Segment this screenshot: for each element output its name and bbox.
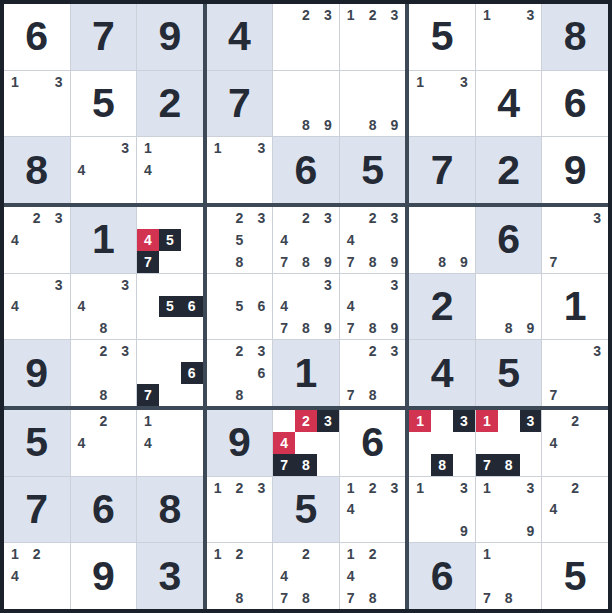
candidate-9: 9 xyxy=(520,520,542,542)
cell-r4c9[interactable]: 37 xyxy=(542,207,608,273)
candidate-7-dark: 7 xyxy=(476,454,498,476)
candidate-8: 8 xyxy=(295,317,317,339)
cell-r3c4[interactable]: 13 xyxy=(207,137,273,203)
candidate-2: 2 xyxy=(92,410,114,432)
candidates: 89 xyxy=(273,71,339,137)
candidate-8: 8 xyxy=(295,251,317,273)
cell-r4c2[interactable]: 1 xyxy=(71,207,137,273)
candidate-1: 1 xyxy=(137,410,159,432)
cell-r5c5[interactable]: 34789 xyxy=(273,274,339,340)
digit-given: 9 xyxy=(137,4,203,70)
digit-given: 6 xyxy=(71,477,137,543)
candidate-4: 4 xyxy=(137,159,159,181)
candidates: 24 xyxy=(542,477,608,543)
candidate-3: 3 xyxy=(383,477,405,499)
digit-solved: 5 xyxy=(542,543,608,609)
cell-r9c9[interactable]: 5 xyxy=(542,543,608,609)
candidate-1: 1 xyxy=(137,137,159,159)
candidate-7: 7 xyxy=(273,587,295,609)
candidates: 138 xyxy=(409,410,475,476)
candidate-3: 3 xyxy=(250,207,272,229)
candidate-8: 8 xyxy=(431,251,453,273)
candidate-2-red: 2 xyxy=(295,410,317,432)
candidate-4: 4 xyxy=(340,296,362,318)
candidate-7-dark: 7 xyxy=(273,454,295,476)
cell-r7c2[interactable]: 24 xyxy=(71,410,137,476)
digit-given: 7 xyxy=(409,137,475,203)
candidate-2: 2 xyxy=(92,340,114,362)
candidate-4: 4 xyxy=(4,229,26,251)
candidates: 124 xyxy=(4,543,70,609)
cell-r8c6[interactable]: 1234 xyxy=(340,477,406,543)
digit-given: 8 xyxy=(137,477,203,543)
candidate-4: 4 xyxy=(542,432,564,454)
cell-r4c5[interactable]: 234789 xyxy=(273,207,339,273)
candidates: 89 xyxy=(476,274,542,340)
cell-r8c8[interactable]: 139 xyxy=(476,477,542,543)
cell-r1c1[interactable]: 6 xyxy=(4,4,70,70)
cell-r9c1[interactable]: 124 xyxy=(4,543,70,609)
digit-given: 3 xyxy=(137,543,203,609)
cell-r8c5[interactable]: 5 xyxy=(273,477,339,543)
digit-given: 6 xyxy=(409,543,475,609)
candidate-1-red: 1 xyxy=(409,410,431,432)
candidates: 139 xyxy=(476,477,542,543)
candidate-8: 8 xyxy=(362,251,384,273)
candidates: 24 xyxy=(71,410,137,476)
cell-r9c7[interactable]: 6 xyxy=(409,543,475,609)
cell-r2c1[interactable]: 13 xyxy=(4,71,70,137)
cell-r8c7[interactable]: 139 xyxy=(409,477,475,543)
cell-r3c3[interactable]: 14 xyxy=(137,137,203,203)
candidate-9: 9 xyxy=(317,317,339,339)
candidate-3: 3 xyxy=(48,71,70,93)
candidates: 128 xyxy=(207,543,273,609)
candidate-3-dark: 3 xyxy=(317,410,339,432)
digit-given: 2 xyxy=(137,71,203,137)
candidates: 34 xyxy=(71,137,137,203)
candidate-4: 4 xyxy=(340,499,362,521)
cell-r4c4[interactable]: 2358 xyxy=(207,207,273,273)
candidate-4: 4 xyxy=(71,159,93,181)
cell-r2c9[interactable]: 6 xyxy=(542,71,608,137)
candidates: 234 xyxy=(4,207,70,273)
candidate-3: 3 xyxy=(520,4,542,26)
box-1-2: 423123789891365 xyxy=(207,4,406,203)
candidates: 1234 xyxy=(340,477,406,543)
candidate-8-dark: 8 xyxy=(498,454,520,476)
candidates: 56 xyxy=(207,274,273,340)
cell-r6c2[interactable]: 238 xyxy=(71,340,137,406)
cell-r3c6[interactable]: 5 xyxy=(340,137,406,203)
box-1-1: 679135283414 xyxy=(4,4,203,203)
candidates: 37 xyxy=(542,340,608,406)
digit-given: 6 xyxy=(476,207,542,273)
candidates: 1378 xyxy=(476,410,542,476)
candidate-3-dark: 3 xyxy=(520,410,542,432)
cell-r7c8[interactable]: 1378 xyxy=(476,410,542,476)
candidate-3: 3 xyxy=(250,340,272,362)
candidate-3: 3 xyxy=(586,207,608,229)
candidate-8: 8 xyxy=(229,587,251,609)
candidate-5: 5 xyxy=(229,296,251,318)
cell-r5c2[interactable]: 348 xyxy=(71,274,137,340)
candidate-1: 1 xyxy=(4,543,26,565)
digit-given: 2 xyxy=(409,274,475,340)
cell-r3c9[interactable]: 9 xyxy=(542,137,608,203)
cell-r4c1[interactable]: 234 xyxy=(4,207,70,273)
cell-r1c2[interactable]: 7 xyxy=(71,4,137,70)
candidate-3: 3 xyxy=(383,274,405,296)
candidate-4: 4 xyxy=(542,499,564,521)
digit-given: 8 xyxy=(542,4,608,70)
candidate-1: 1 xyxy=(207,543,229,565)
cell-r4c3[interactable]: 457 xyxy=(137,207,203,273)
cell-r1c7[interactable]: 5 xyxy=(409,4,475,70)
cell-r8c4[interactable]: 123 xyxy=(207,477,273,543)
candidate-9: 9 xyxy=(383,114,405,136)
cell-r6c5[interactable]: 1 xyxy=(273,340,339,406)
digit-solved: 6 xyxy=(340,410,406,476)
candidates: 34 xyxy=(4,274,70,340)
candidates: 13 xyxy=(4,71,70,137)
cell-r2c3[interactable]: 2 xyxy=(137,71,203,137)
cell-r6c3[interactable]: 67 xyxy=(137,340,203,406)
cell-r5c3[interactable]: 56 xyxy=(137,274,203,340)
candidate-4: 4 xyxy=(137,432,159,454)
digit-solved: 9 xyxy=(71,543,137,609)
digit-given: 4 xyxy=(409,340,475,406)
cell-r9c4[interactable]: 128 xyxy=(207,543,273,609)
candidate-8: 8 xyxy=(92,317,114,339)
candidate-7: 7 xyxy=(476,587,498,609)
digit-given: 9 xyxy=(207,410,273,476)
candidate-3: 3 xyxy=(586,340,608,362)
candidate-7-dark: 7 xyxy=(137,251,159,273)
candidate-1: 1 xyxy=(207,477,229,499)
cell-r3c1[interactable]: 8 xyxy=(4,137,70,203)
candidate-8: 8 xyxy=(362,114,384,136)
candidate-3: 3 xyxy=(383,340,405,362)
candidates: 13 xyxy=(409,71,475,137)
digit-given: 7 xyxy=(71,4,137,70)
cell-r5c1[interactable]: 34 xyxy=(4,274,70,340)
cell-r4c6[interactable]: 234789 xyxy=(340,207,406,273)
candidate-9: 9 xyxy=(453,520,475,542)
candidates: 457 xyxy=(137,207,203,273)
candidates: 238 xyxy=(71,340,137,406)
candidate-2: 2 xyxy=(229,207,251,229)
candidate-8: 8 xyxy=(362,317,384,339)
candidate-8: 8 xyxy=(229,251,251,273)
candidate-7: 7 xyxy=(273,251,295,273)
cell-r5c6[interactable]: 34789 xyxy=(340,274,406,340)
cell-r9c3[interactable]: 3 xyxy=(137,543,203,609)
candidate-8: 8 xyxy=(362,384,384,406)
cell-r2c7[interactable]: 13 xyxy=(409,71,475,137)
cell-r2c8[interactable]: 4 xyxy=(476,71,542,137)
digit-solved: 4 xyxy=(476,71,542,137)
candidates: 23478 xyxy=(273,410,339,476)
candidates: 178 xyxy=(476,543,542,609)
digit-solved: 5 xyxy=(409,4,475,70)
cell-r1c9[interactable]: 8 xyxy=(542,4,608,70)
candidate-9: 9 xyxy=(453,251,475,273)
cell-r2c2[interactable]: 5 xyxy=(71,71,137,137)
candidate-6: 6 xyxy=(250,362,272,384)
cell-r3c8[interactable]: 2 xyxy=(476,137,542,203)
candidate-4: 4 xyxy=(4,565,26,587)
box-1-3: 51381346729 xyxy=(409,4,608,203)
candidate-4: 4 xyxy=(273,296,295,318)
digit-solved: 9 xyxy=(542,137,608,203)
box-3-2: 923478612351234128247812478 xyxy=(207,410,406,609)
candidates: 67 xyxy=(137,340,203,406)
sudoku-board: 6791352834144231237898913655138134672923… xyxy=(0,0,612,613)
candidate-8: 8 xyxy=(229,384,251,406)
candidate-4: 4 xyxy=(71,432,93,454)
candidate-3: 3 xyxy=(520,477,542,499)
digit-given: 1 xyxy=(273,340,339,406)
cell-r8c2[interactable]: 6 xyxy=(71,477,137,543)
candidate-8-dark: 8 xyxy=(295,454,317,476)
candidate-9: 9 xyxy=(317,251,339,273)
candidates: 89 xyxy=(340,71,406,137)
candidate-2: 2 xyxy=(362,477,384,499)
digit-given: 2 xyxy=(476,137,542,203)
candidates: 56 xyxy=(137,274,203,340)
candidate-6-dark: 6 xyxy=(181,362,203,384)
candidates: 139 xyxy=(409,477,475,543)
candidate-1: 1 xyxy=(476,4,498,26)
candidate-9: 9 xyxy=(383,317,405,339)
candidate-8-dark: 8 xyxy=(431,454,453,476)
candidate-1: 1 xyxy=(207,137,229,159)
cell-r3c2[interactable]: 34 xyxy=(71,137,137,203)
candidates: 14 xyxy=(137,410,203,476)
candidate-2: 2 xyxy=(362,543,384,565)
candidate-2: 2 xyxy=(295,207,317,229)
candidate-9: 9 xyxy=(317,114,339,136)
candidate-3: 3 xyxy=(48,207,70,229)
candidate-8: 8 xyxy=(92,384,114,406)
box-3-1: 5241476812493 xyxy=(4,410,203,609)
candidate-1: 1 xyxy=(476,543,498,565)
digit-given: 5 xyxy=(273,477,339,543)
cell-r3c7[interactable]: 7 xyxy=(409,137,475,203)
cell-r1c6[interactable]: 123 xyxy=(340,4,406,70)
candidate-4: 4 xyxy=(273,229,295,251)
cell-r4c7[interactable]: 89 xyxy=(409,207,475,273)
digit-given: 5 xyxy=(340,137,406,203)
cell-r6c4[interactable]: 2368 xyxy=(207,340,273,406)
cell-r9c5[interactable]: 2478 xyxy=(273,543,339,609)
box-2-2: 2358234789234789563478934789236812378 xyxy=(207,207,406,406)
candidate-3: 3 xyxy=(250,477,272,499)
candidate-5-dark: 5 xyxy=(159,229,181,251)
candidate-8: 8 xyxy=(498,587,520,609)
cell-r7c5[interactable]: 23478 xyxy=(273,410,339,476)
candidate-6: 6 xyxy=(250,296,272,318)
digit-given: 7 xyxy=(4,477,70,543)
box-2-1: 23414573434856923867 xyxy=(4,207,203,406)
candidate-8: 8 xyxy=(362,587,384,609)
candidate-7: 7 xyxy=(340,384,362,406)
candidates: 123 xyxy=(207,477,273,543)
candidates: 34789 xyxy=(340,274,406,340)
candidate-2: 2 xyxy=(229,543,251,565)
cell-r1c5[interactable]: 23 xyxy=(273,4,339,70)
candidate-3: 3 xyxy=(317,4,339,26)
candidate-5: 5 xyxy=(229,229,251,251)
candidate-2: 2 xyxy=(26,543,48,565)
candidate-4: 4 xyxy=(340,565,362,587)
candidates: 2378 xyxy=(340,340,406,406)
candidate-4: 4 xyxy=(273,565,295,587)
candidates: 123 xyxy=(340,4,406,70)
candidate-2: 2 xyxy=(26,207,48,229)
candidate-3: 3 xyxy=(317,274,339,296)
cell-r7c6[interactable]: 6 xyxy=(340,410,406,476)
candidates: 234789 xyxy=(340,207,406,273)
candidate-7: 7 xyxy=(542,251,564,273)
digit-given: 6 xyxy=(273,137,339,203)
candidate-5-dark: 5 xyxy=(159,296,181,318)
candidate-2: 2 xyxy=(295,543,317,565)
candidate-7-dark: 7 xyxy=(137,384,159,406)
cell-r2c4[interactable]: 7 xyxy=(207,71,273,137)
cell-r1c8[interactable]: 13 xyxy=(476,4,542,70)
digit-solved: 1 xyxy=(542,274,608,340)
candidate-1: 1 xyxy=(409,477,431,499)
cell-r8c3[interactable]: 8 xyxy=(137,477,203,543)
candidate-1: 1 xyxy=(340,477,362,499)
candidates: 14 xyxy=(137,137,203,203)
cell-r5c4[interactable]: 56 xyxy=(207,274,273,340)
candidate-3: 3 xyxy=(383,207,405,229)
digit-solved: 6 xyxy=(542,71,608,137)
candidate-4: 4 xyxy=(71,296,93,318)
digit-given: 5 xyxy=(476,340,542,406)
candidate-3: 3 xyxy=(114,340,136,362)
cell-r7c4[interactable]: 9 xyxy=(207,410,273,476)
candidate-3: 3 xyxy=(114,137,136,159)
cell-r8c9[interactable]: 24 xyxy=(542,477,608,543)
cell-r1c4[interactable]: 4 xyxy=(207,4,273,70)
cell-r9c6[interactable]: 12478 xyxy=(340,543,406,609)
digit-given: 9 xyxy=(4,340,70,406)
candidate-7: 7 xyxy=(340,251,362,273)
candidates: 2368 xyxy=(207,340,273,406)
candidate-2: 2 xyxy=(564,477,586,499)
candidate-8: 8 xyxy=(498,317,520,339)
cell-r6c9[interactable]: 37 xyxy=(542,340,608,406)
candidate-1: 1 xyxy=(340,4,362,26)
cell-r6c8[interactable]: 5 xyxy=(476,340,542,406)
candidates: 348 xyxy=(71,274,137,340)
candidate-6-dark: 6 xyxy=(181,296,203,318)
candidates: 23 xyxy=(273,4,339,70)
candidate-8: 8 xyxy=(295,587,317,609)
candidate-1: 1 xyxy=(409,71,431,93)
candidates: 89 xyxy=(409,207,475,273)
candidate-2: 2 xyxy=(564,410,586,432)
cell-r9c2[interactable]: 9 xyxy=(71,543,137,609)
candidate-3: 3 xyxy=(317,207,339,229)
candidates: 37 xyxy=(542,207,608,273)
candidates: 13 xyxy=(476,4,542,70)
candidate-4-red: 4 xyxy=(137,229,159,251)
candidate-4-red: 4 xyxy=(273,432,295,454)
candidate-1: 1 xyxy=(4,71,26,93)
candidate-7: 7 xyxy=(340,587,362,609)
cell-r6c7[interactable]: 4 xyxy=(409,340,475,406)
cell-r7c3[interactable]: 14 xyxy=(137,410,203,476)
candidate-3: 3 xyxy=(48,274,70,296)
box-2-3: 8963728914537 xyxy=(409,207,608,406)
digit-given: 1 xyxy=(71,207,137,273)
candidate-3: 3 xyxy=(383,4,405,26)
cell-r2c6[interactable]: 89 xyxy=(340,71,406,137)
box-3-3: 1381378241391392461785 xyxy=(409,410,608,609)
candidates: 2358 xyxy=(207,207,273,273)
cell-r7c1[interactable]: 5 xyxy=(4,410,70,476)
cell-r9c8[interactable]: 178 xyxy=(476,543,542,609)
candidate-3-dark: 3 xyxy=(453,410,475,432)
candidate-3: 3 xyxy=(453,477,475,499)
candidate-1-red: 1 xyxy=(476,410,498,432)
digit-solved: 5 xyxy=(71,71,137,137)
candidate-7: 7 xyxy=(273,317,295,339)
candidate-2: 2 xyxy=(295,4,317,26)
candidates: 2478 xyxy=(273,543,339,609)
cell-r5c8[interactable]: 89 xyxy=(476,274,542,340)
candidates: 12478 xyxy=(340,543,406,609)
candidate-8: 8 xyxy=(295,114,317,136)
cell-r6c1[interactable]: 9 xyxy=(4,340,70,406)
candidate-9: 9 xyxy=(520,317,542,339)
candidate-3: 3 xyxy=(114,274,136,296)
digit-solved: 6 xyxy=(4,4,70,70)
cell-r7c9[interactable]: 24 xyxy=(542,410,608,476)
cell-r4c8[interactable]: 6 xyxy=(476,207,542,273)
candidates: 24 xyxy=(542,410,608,476)
candidate-4: 4 xyxy=(340,229,362,251)
cell-r2c5[interactable]: 89 xyxy=(273,71,339,137)
candidate-7: 7 xyxy=(542,384,564,406)
cell-r3c5[interactable]: 6 xyxy=(273,137,339,203)
candidate-2: 2 xyxy=(229,340,251,362)
candidate-2: 2 xyxy=(362,4,384,26)
digit-given: 7 xyxy=(207,71,273,137)
candidates: 13 xyxy=(207,137,273,203)
cell-r5c7[interactable]: 2 xyxy=(409,274,475,340)
candidate-2: 2 xyxy=(362,207,384,229)
cell-r1c3[interactable]: 9 xyxy=(137,4,203,70)
candidate-2: 2 xyxy=(362,340,384,362)
candidate-4: 4 xyxy=(4,296,26,318)
cell-r7c7[interactable]: 138 xyxy=(409,410,475,476)
digit-given: 4 xyxy=(207,4,273,70)
cell-r6c6[interactable]: 2378 xyxy=(340,340,406,406)
candidates: 34789 xyxy=(273,274,339,340)
candidate-1: 1 xyxy=(476,477,498,499)
candidate-9: 9 xyxy=(383,251,405,273)
digit-given: 8 xyxy=(4,137,70,203)
cell-r8c1[interactable]: 7 xyxy=(4,477,70,543)
cell-r5c9[interactable]: 1 xyxy=(542,274,608,340)
candidate-1: 1 xyxy=(340,543,362,565)
